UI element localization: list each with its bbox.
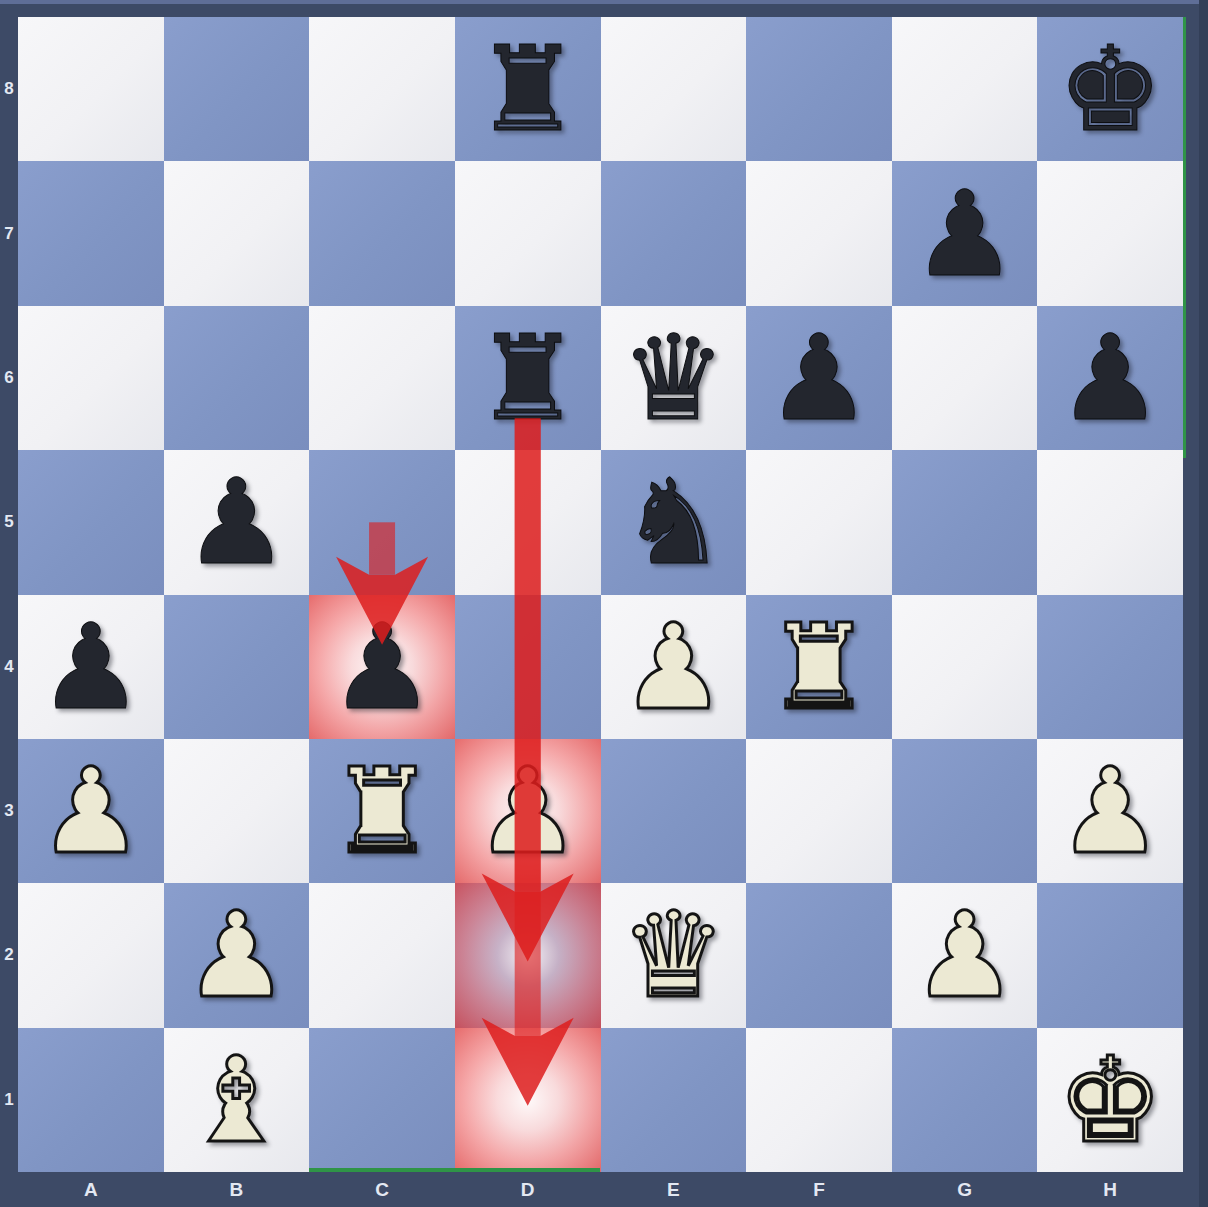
square-c6[interactable] [309,306,455,450]
piece-white-bishop[interactable]: ♝ [164,1028,310,1172]
square-a3[interactable]: ♟ [18,739,164,883]
square-h7[interactable] [1037,161,1183,305]
square-f4[interactable]: ♜ [746,595,892,739]
square-c2[interactable] [309,883,455,1027]
square-c1[interactable] [309,1028,455,1172]
rank-label-7: 7 [0,161,18,305]
square-c7[interactable] [309,161,455,305]
square-d8[interactable]: ♜ [455,17,601,161]
piece-white-king[interactable]: ♚ [1037,1028,1183,1172]
piece-black-pawn[interactable]: ♟ [892,161,1038,305]
piece-white-queen[interactable]: ♛ [601,883,747,1027]
piece-white-pawn[interactable]: ♟ [1037,739,1183,883]
square-e7[interactable] [601,161,747,305]
square-a6[interactable] [18,306,164,450]
square-d5[interactable] [455,450,601,594]
square-g2[interactable]: ♟ [892,883,1038,1027]
square-c4[interactable]: ♟ [309,595,455,739]
square-e4[interactable]: ♟ [601,595,747,739]
file-labels: ABCDEFGH [18,1172,1183,1207]
piece-black-pawn[interactable]: ♟ [309,595,455,739]
chess-board[interactable]: ♜♚♟♜♛♟♟♟♞♟♟♟♜♟♜♟♟♟♛♟♝♚ [18,17,1183,1172]
file-label-b: B [164,1172,310,1207]
square-h6[interactable]: ♟ [1037,306,1183,450]
square-f7[interactable] [746,161,892,305]
square-g4[interactable] [892,595,1038,739]
square-d4[interactable] [455,595,601,739]
piece-black-king[interactable]: ♚ [1037,17,1183,161]
piece-black-rook[interactable]: ♜ [455,17,601,161]
rank-label-1: 1 [0,1028,18,1172]
square-g8[interactable] [892,17,1038,161]
square-f6[interactable]: ♟ [746,306,892,450]
frame-right-shade [1199,0,1208,1207]
file-label-e: E [601,1172,747,1207]
file-label-f: F [746,1172,892,1207]
frame-top-edge [0,0,1208,4]
piece-white-pawn[interactable]: ♟ [892,883,1038,1027]
square-b6[interactable] [164,306,310,450]
piece-white-rook[interactable]: ♜ [309,739,455,883]
square-b7[interactable] [164,161,310,305]
piece-black-pawn[interactable]: ♟ [1037,306,1183,450]
file-label-d: D [455,1172,601,1207]
square-g6[interactable] [892,306,1038,450]
square-g7[interactable]: ♟ [892,161,1038,305]
square-g1[interactable] [892,1028,1038,1172]
square-a8[interactable] [18,17,164,161]
square-d1[interactable] [455,1028,601,1172]
square-h3[interactable]: ♟ [1037,739,1183,883]
piece-black-knight[interactable]: ♞ [601,450,747,594]
square-g5[interactable] [892,450,1038,594]
piece-black-pawn[interactable]: ♟ [164,450,310,594]
piece-white-rook[interactable]: ♜ [746,595,892,739]
square-h8[interactable]: ♚ [1037,17,1183,161]
square-h2[interactable] [1037,883,1183,1027]
square-b3[interactable] [164,739,310,883]
square-d2[interactable] [455,883,601,1027]
file-label-h: H [1037,1172,1183,1207]
square-f5[interactable] [746,450,892,594]
file-label-c: C [309,1172,455,1207]
square-c5[interactable] [309,450,455,594]
rank-label-6: 6 [0,306,18,450]
square-a7[interactable] [18,161,164,305]
rank-labels: 87654321 [0,17,18,1172]
square-d6[interactable]: ♜ [455,306,601,450]
square-g3[interactable] [892,739,1038,883]
square-e6[interactable]: ♛ [601,306,747,450]
file-label-a: A [18,1172,164,1207]
square-a1[interactable] [18,1028,164,1172]
rank-label-3: 3 [0,739,18,883]
square-c3[interactable]: ♜ [309,739,455,883]
rank-label-8: 8 [0,17,18,161]
square-e2[interactable]: ♛ [601,883,747,1027]
square-h1[interactable]: ♚ [1037,1028,1183,1172]
piece-black-pawn[interactable]: ♟ [18,595,164,739]
square-d7[interactable] [455,161,601,305]
square-b5[interactable]: ♟ [164,450,310,594]
square-b2[interactable]: ♟ [164,883,310,1027]
rank-label-5: 5 [0,450,18,594]
piece-black-queen[interactable]: ♛ [601,306,747,450]
square-f3[interactable] [746,739,892,883]
rank-label-4: 4 [0,595,18,739]
piece-white-pawn[interactable]: ♟ [601,595,747,739]
rank-label-2: 2 [0,883,18,1027]
file-label-g: G [892,1172,1038,1207]
piece-white-pawn[interactable]: ♟ [455,739,601,883]
square-f8[interactable] [746,17,892,161]
square-b4[interactable] [164,595,310,739]
square-e5[interactable]: ♞ [601,450,747,594]
square-f2[interactable] [746,883,892,1027]
square-c8[interactable] [309,17,455,161]
square-e8[interactable] [601,17,747,161]
square-e3[interactable] [601,739,747,883]
square-b1[interactable]: ♝ [164,1028,310,1172]
square-a4[interactable]: ♟ [18,595,164,739]
square-a2[interactable] [18,883,164,1027]
square-h5[interactable] [1037,450,1183,594]
square-b8[interactable] [164,17,310,161]
square-f1[interactable] [746,1028,892,1172]
square-e1[interactable] [601,1028,747,1172]
piece-white-pawn[interactable]: ♟ [18,739,164,883]
piece-white-pawn[interactable]: ♟ [164,883,310,1027]
square-h4[interactable] [1037,595,1183,739]
square-d3[interactable]: ♟ [455,739,601,883]
square-a5[interactable] [18,450,164,594]
right-edge-green-line [1183,17,1186,458]
piece-black-pawn[interactable]: ♟ [746,306,892,450]
piece-black-rook[interactable]: ♜ [455,306,601,450]
